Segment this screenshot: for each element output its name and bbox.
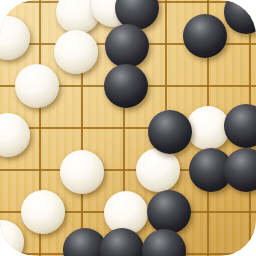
go-app-icon[interactable] [0,0,256,256]
white-stone [21,190,65,234]
black-stone [105,24,149,68]
white-stone [136,148,180,192]
black-stone [224,0,256,34]
black-stone [224,148,256,192]
white-stone [0,220,24,256]
white-stone [0,113,30,157]
white-stone [60,150,104,194]
black-stone [142,229,186,256]
black-stone [224,104,256,148]
white-stone [15,64,59,108]
white-stone [0,16,30,60]
black-stone [147,190,191,234]
go-board [0,0,256,256]
white-stone [54,30,98,74]
black-stone [148,110,192,154]
black-stone [100,228,144,256]
black-stone [183,14,227,58]
black-stone [104,64,148,108]
